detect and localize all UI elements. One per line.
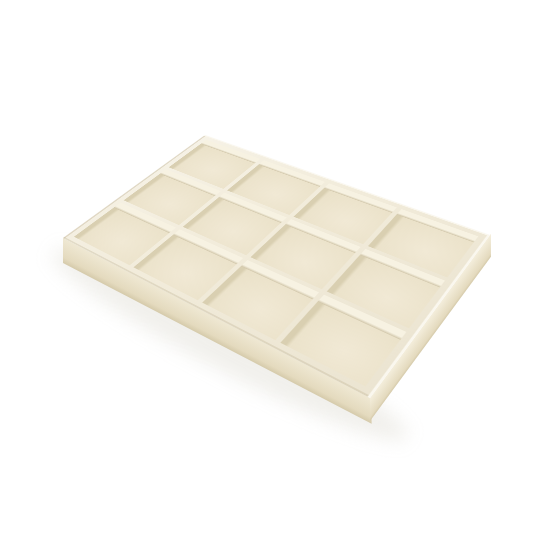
photo-background bbox=[0, 0, 560, 560]
